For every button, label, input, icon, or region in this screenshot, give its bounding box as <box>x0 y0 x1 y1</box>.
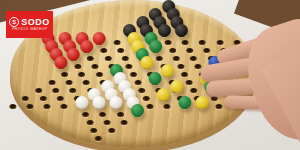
brand-tagline: PRODOL MAKEUP <box>12 27 48 31</box>
brand-logo: S SODO PRODOL MAKEUP <box>6 11 53 38</box>
brand-name: SODO <box>21 17 50 27</box>
logo-row: S SODO <box>9 17 50 27</box>
sodo-circle-icon: S <box>9 17 19 27</box>
photo-scene: S SODO PRODOL MAKEUP <box>0 0 300 150</box>
